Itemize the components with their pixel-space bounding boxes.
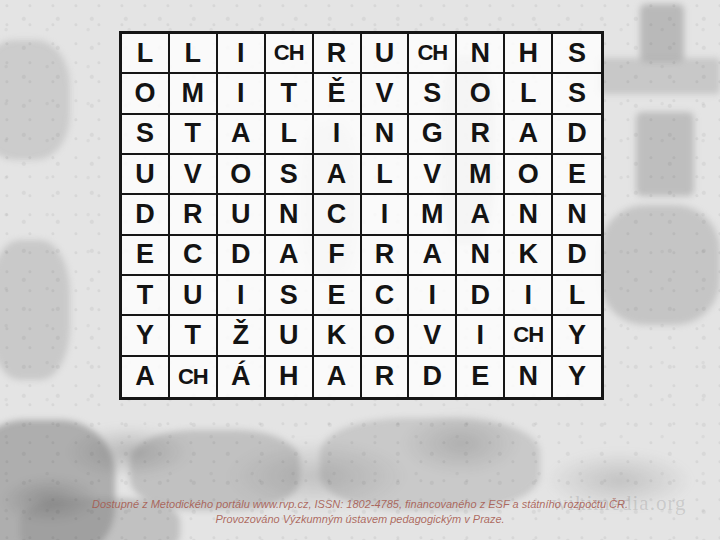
grid-cell[interactable]: Y	[553, 316, 601, 356]
grid-cell[interactable]: CH	[170, 357, 218, 397]
grid-cell[interactable]: L	[553, 276, 601, 316]
grid-cell[interactable]: A	[122, 357, 170, 397]
grid-cell[interactable]: E	[553, 155, 601, 195]
grid-cell[interactable]: O	[218, 155, 266, 195]
slide: wikimedia.org LLICHRUCHNHSOMITĚVSOLSSTAL…	[0, 0, 720, 540]
grid-cell[interactable]: A	[266, 236, 314, 276]
grid-cell[interactable]: S	[553, 34, 601, 74]
grid-cell[interactable]: V	[409, 316, 457, 356]
grid-cell[interactable]: D	[553, 236, 601, 276]
grid-cell[interactable]: Y	[553, 357, 601, 397]
grid-cell[interactable]: A	[409, 236, 457, 276]
grid-cell[interactable]: M	[170, 74, 218, 114]
grid-cell[interactable]: V	[362, 74, 410, 114]
grid-cell[interactable]: K	[314, 316, 362, 356]
grid-cell[interactable]: O	[505, 155, 553, 195]
grid-cell[interactable]: G	[409, 115, 457, 155]
grid-cell[interactable]: N	[457, 236, 505, 276]
grid-cell[interactable]: R	[314, 34, 362, 74]
grid-cell[interactable]: E	[122, 236, 170, 276]
grid-cell[interactable]: S	[409, 74, 457, 114]
grid-cell[interactable]: R	[170, 195, 218, 235]
grid-cell[interactable]: N	[457, 34, 505, 74]
grid-cell[interactable]: N	[505, 357, 553, 397]
grid-cell[interactable]: S	[553, 74, 601, 114]
grid-cell[interactable]: I	[218, 34, 266, 74]
grid-cell[interactable]: F	[314, 236, 362, 276]
word-grid: LLICHRUCHNHSOMITĚVSOLSSTALINGRADUVOSALVM…	[119, 31, 604, 400]
grid-cell[interactable]: O	[362, 316, 410, 356]
grid-cell[interactable]: I	[457, 316, 505, 356]
grid-cell[interactable]: C	[362, 276, 410, 316]
grid-cell[interactable]: D	[218, 236, 266, 276]
attribution-line-1: Dostupné z Metodického portálu www.rvp.c…	[0, 497, 720, 512]
grid-cell[interactable]: I	[409, 276, 457, 316]
grid-cell[interactable]: D	[409, 357, 457, 397]
grid-cell[interactable]: A	[505, 115, 553, 155]
grid-cell[interactable]: Ě	[314, 74, 362, 114]
grid-cell[interactable]: L	[362, 155, 410, 195]
grid-cell[interactable]: N	[505, 195, 553, 235]
grid-cell[interactable]: C	[170, 236, 218, 276]
grid-cell[interactable]: I	[314, 115, 362, 155]
grid-cell[interactable]: U	[266, 316, 314, 356]
grid-cell[interactable]: L	[266, 115, 314, 155]
grid-cell[interactable]: H	[266, 357, 314, 397]
grid-cell[interactable]: R	[362, 357, 410, 397]
grid-cell[interactable]: U	[362, 34, 410, 74]
grid-cell[interactable]: I	[218, 74, 266, 114]
grid-cell[interactable]: R	[362, 236, 410, 276]
grid-cell[interactable]: CH	[409, 34, 457, 74]
grid-cell[interactable]: D	[122, 195, 170, 235]
grid-cell[interactable]: U	[122, 155, 170, 195]
grid-cell[interactable]: Y	[122, 316, 170, 356]
grid-cell[interactable]: K	[505, 236, 553, 276]
grid-cell[interactable]: Ž	[218, 316, 266, 356]
grid-cell[interactable]: O	[122, 74, 170, 114]
grid-cell[interactable]: V	[170, 155, 218, 195]
grid-cell[interactable]: E	[314, 276, 362, 316]
grid-cell[interactable]: E	[457, 357, 505, 397]
grid-cell[interactable]: L	[122, 34, 170, 74]
grid-cell[interactable]: R	[457, 115, 505, 155]
grid-cell[interactable]: O	[457, 74, 505, 114]
grid-cell[interactable]: CH	[266, 34, 314, 74]
grid-cell[interactable]: S	[266, 155, 314, 195]
grid-cell[interactable]: U	[170, 276, 218, 316]
grid-cell[interactable]: C	[314, 195, 362, 235]
grid-cell[interactable]: D	[553, 115, 601, 155]
grid-cell[interactable]: N	[362, 115, 410, 155]
grid-cell[interactable]: A	[457, 195, 505, 235]
grid-cell[interactable]: H	[505, 34, 553, 74]
attribution-line-2: Provozováno Výzkumným ústavem pedagogick…	[0, 512, 720, 527]
grid-cell[interactable]: L	[505, 74, 553, 114]
grid-cell[interactable]: N	[553, 195, 601, 235]
grid-cell[interactable]: S	[266, 276, 314, 316]
grid-cell[interactable]: S	[122, 115, 170, 155]
grid-cell[interactable]: D	[457, 276, 505, 316]
grid-cell[interactable]: A	[314, 357, 362, 397]
attribution-footer: Dostupné z Metodického portálu www.rvp.c…	[0, 497, 720, 526]
grid-cell[interactable]: A	[218, 115, 266, 155]
grid-cell[interactable]: T	[170, 115, 218, 155]
grid-cell[interactable]: T	[266, 74, 314, 114]
grid-cell[interactable]: N	[266, 195, 314, 235]
grid-cell[interactable]: U	[218, 195, 266, 235]
grid-cell[interactable]: M	[457, 155, 505, 195]
grid-cell[interactable]: I	[362, 195, 410, 235]
grid-cell[interactable]: V	[409, 155, 457, 195]
grid-cell[interactable]: Á	[218, 357, 266, 397]
grid-cell[interactable]: I	[218, 276, 266, 316]
grid-cell[interactable]: A	[314, 155, 362, 195]
grid-cell[interactable]: T	[122, 276, 170, 316]
grid-cell[interactable]: L	[170, 34, 218, 74]
grid-cell[interactable]: CH	[505, 316, 553, 356]
grid-cell[interactable]: T	[170, 316, 218, 356]
grid-cell[interactable]: I	[505, 276, 553, 316]
grid-cell[interactable]: M	[409, 195, 457, 235]
